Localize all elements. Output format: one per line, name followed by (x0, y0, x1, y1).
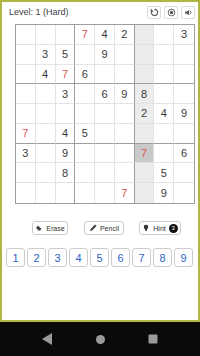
cell-r8c4[interactable] (75, 163, 95, 183)
cell-r8c7[interactable] (135, 163, 155, 183)
cell-r1c9[interactable]: 3 (174, 25, 194, 45)
numpad-1[interactable]: 1 (6, 248, 25, 267)
cell-r6c8[interactable] (154, 124, 174, 144)
cell-r5c4[interactable] (75, 104, 95, 124)
numpad-2[interactable]: 2 (27, 248, 46, 267)
home-icon (95, 334, 106, 345)
bullseye-icon (167, 8, 176, 17)
cell-r6c1[interactable]: 7 (16, 124, 36, 144)
numpad-9[interactable]: 9 (174, 248, 193, 267)
refresh-button[interactable] (147, 6, 161, 19)
volume-button[interactable] (181, 6, 195, 19)
cell-r7c9[interactable]: 6 (174, 144, 194, 164)
cell-r7c3[interactable]: 9 (56, 144, 76, 164)
refresh-icon (150, 8, 159, 17)
cell-r4c5[interactable]: 6 (95, 84, 115, 104)
cell-r6c2[interactable] (36, 124, 56, 144)
cell-r3c3[interactable]: 7 (56, 65, 76, 85)
cell-r7c8[interactable] (154, 144, 174, 164)
back-icon (42, 333, 52, 345)
cell-r2c3[interactable]: 5 (56, 45, 76, 65)
cell-r1c5[interactable]: 4 (95, 25, 115, 45)
numpad-7[interactable]: 7 (132, 248, 151, 267)
cell-r7c1[interactable]: 3 (16, 144, 36, 164)
cell-r2c2[interactable]: 3 (36, 45, 56, 65)
cell-r8c8[interactable]: 5 (154, 163, 174, 183)
cell-r5c7[interactable]: 2 (135, 104, 155, 124)
volume-icon (184, 8, 193, 17)
cell-r6c5[interactable] (95, 124, 115, 144)
cell-r5c3[interactable] (56, 104, 76, 124)
cell-r2c8[interactable] (154, 45, 174, 65)
cell-r3c8[interactable] (154, 65, 174, 85)
cell-r9c1[interactable] (16, 183, 36, 203)
cell-r4c6[interactable]: 9 (115, 84, 135, 104)
cell-r6c9[interactable] (174, 124, 194, 144)
cell-r7c7[interactable]: 7 (135, 144, 155, 164)
level-label: Level: 1 (Hard) (9, 7, 69, 17)
cell-r2c9[interactable] (174, 45, 194, 65)
cell-r5c1[interactable] (16, 104, 36, 124)
cell-r7c2[interactable] (36, 144, 56, 164)
cell-r4c9[interactable] (174, 84, 194, 104)
back-button[interactable] (42, 333, 52, 345)
phone-screen: Level: 1 (Hard) 742335947636982497453976… (0, 0, 200, 356)
cell-r2c4[interactable] (75, 45, 95, 65)
bullseye-button[interactable] (164, 6, 178, 19)
pencil-label: Pencil (100, 225, 119, 232)
cell-r3c7[interactable] (135, 65, 155, 85)
cell-r5c9[interactable]: 9 (174, 104, 194, 124)
home-button[interactable] (95, 334, 106, 345)
pencil-icon (89, 224, 97, 232)
toolbar (147, 6, 195, 19)
cell-r9c6[interactable]: 7 (115, 183, 135, 203)
recents-button[interactable] (148, 334, 158, 344)
erase-label: Erase (46, 225, 64, 232)
cell-r4c3[interactable]: 3 (56, 84, 76, 104)
cell-r9c9[interactable] (174, 183, 194, 203)
cell-r7c4[interactable] (75, 144, 95, 164)
cell-r5c8[interactable]: 4 (154, 104, 174, 124)
cell-r6c3[interactable]: 4 (56, 124, 76, 144)
hint-label: Hint (153, 225, 165, 232)
cell-r9c8[interactable]: 9 (154, 183, 174, 203)
eraser-icon (35, 224, 43, 232)
cell-r2c6[interactable] (115, 45, 135, 65)
numpad-3[interactable]: 3 (48, 248, 67, 267)
cell-r4c1[interactable] (16, 84, 36, 104)
cell-r3c4[interactable]: 6 (75, 65, 95, 85)
cell-r1c7[interactable] (135, 25, 155, 45)
cell-r7c5[interactable] (95, 144, 115, 164)
cell-r1c2[interactable] (36, 25, 56, 45)
numpad-5[interactable]: 5 (90, 248, 109, 267)
cell-r8c9[interactable] (174, 163, 194, 183)
cell-r8c2[interactable] (36, 163, 56, 183)
cell-r1c8[interactable] (154, 25, 174, 45)
cell-r9c4[interactable] (75, 183, 95, 203)
android-navbar (0, 322, 200, 356)
cell-r5c5[interactable] (95, 104, 115, 124)
numpad-8[interactable]: 8 (153, 248, 172, 267)
app-card: Level: 1 (Hard) 742335947636982497453976… (2, 2, 198, 320)
cell-r9c2[interactable] (36, 183, 56, 203)
cell-r2c5[interactable]: 9 (95, 45, 115, 65)
hint-count-badge: 3 (169, 224, 178, 233)
cell-r6c4[interactable]: 5 (75, 124, 95, 144)
cell-r7c6[interactable] (115, 144, 135, 164)
cell-r2c7[interactable] (135, 45, 155, 65)
cell-r5c6[interactable] (115, 104, 135, 124)
cell-r6c6[interactable] (115, 124, 135, 144)
recents-icon (148, 334, 158, 344)
cell-r4c8[interactable] (154, 84, 174, 104)
cell-r3c2[interactable]: 4 (36, 65, 56, 85)
numpad-6[interactable]: 6 (111, 248, 130, 267)
cell-r3c5[interactable] (95, 65, 115, 85)
erase-button[interactable]: Erase (32, 221, 68, 235)
cell-r9c3[interactable] (56, 183, 76, 203)
cell-r3c9[interactable] (174, 65, 194, 85)
cell-r8c5[interactable] (95, 163, 115, 183)
lightbulb-icon (142, 224, 150, 232)
cell-r1c3[interactable] (56, 25, 76, 45)
cell-r9c5[interactable] (95, 183, 115, 203)
cell-r4c7[interactable]: 8 (135, 84, 155, 104)
cell-r5c2[interactable] (36, 104, 56, 124)
cell-r6c7[interactable] (135, 124, 155, 144)
hint-button[interactable]: Hint 3 (139, 221, 181, 235)
cell-r2c1[interactable] (16, 45, 36, 65)
cell-r4c4[interactable] (75, 84, 95, 104)
sudoku-grid: 7423359476369824974539768579 (15, 24, 195, 204)
cell-r3c6[interactable] (115, 65, 135, 85)
cell-r3c1[interactable] (16, 65, 36, 85)
cell-r1c6[interactable]: 2 (115, 25, 135, 45)
cell-r8c1[interactable] (16, 163, 36, 183)
cell-r8c3[interactable]: 8 (56, 163, 76, 183)
cell-r1c4[interactable]: 7 (75, 25, 95, 45)
cell-r1c1[interactable] (16, 25, 36, 45)
cell-r8c6[interactable] (115, 163, 135, 183)
pencil-button[interactable]: Pencil (84, 221, 124, 235)
cell-r9c7[interactable] (135, 183, 155, 203)
numpad: 123456789 (6, 248, 193, 267)
cell-r4c2[interactable] (36, 84, 56, 104)
numpad-4[interactable]: 4 (69, 248, 88, 267)
